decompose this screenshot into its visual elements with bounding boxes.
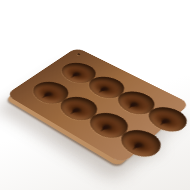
egg-dimple: [42, 92, 51, 98]
photo-stage: [0, 0, 190, 190]
egg-dimple: [99, 87, 108, 93]
egg-dimple: [70, 108, 79, 114]
egg-dimple: [128, 102, 137, 108]
egg-dimple: [100, 124, 110, 131]
egg-dimple: [160, 118, 169, 124]
egg-dimple: [71, 72, 80, 77]
egg-dimple: [132, 142, 142, 149]
